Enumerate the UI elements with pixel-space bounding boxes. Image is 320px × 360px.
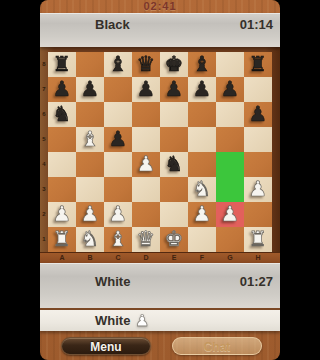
rank-label-8: 8 [40,52,48,77]
black-player-time: 01:14 [240,17,273,32]
square-d3[interactable] [132,177,160,202]
square-h1[interactable]: ♜ [244,227,272,252]
square-a4[interactable] [48,152,76,177]
square-e5[interactable] [160,127,188,152]
file-label-b: B [76,253,104,263]
square-d4[interactable]: ♟ [132,152,160,177]
rank-labels: 87654321 [40,52,48,252]
black-rook: ♜ [244,52,272,77]
square-g5[interactable] [216,127,244,152]
menu-button[interactable]: Menu [61,337,151,355]
black-pawn: ♟ [132,77,160,102]
square-c2[interactable]: ♟ [104,202,132,227]
square-d2[interactable] [132,202,160,227]
rank-label-5: 5 [40,127,48,152]
square-f4[interactable] [188,152,216,177]
file-label-f: F [188,253,216,263]
black-pawn: ♟ [76,77,104,102]
file-label-c: C [104,253,132,263]
square-f8[interactable]: ♝ [188,52,216,77]
square-f7[interactable]: ♟ [188,77,216,102]
rank-label-1: 1 [40,227,48,252]
white-player-panel: White 01:27 [40,263,280,308]
rank-label-6: 6 [40,102,48,127]
black-player-label: Black [95,17,130,32]
white-pawn: ♟ [244,177,272,202]
white-queen: ♛ [132,227,160,252]
black-rook: ♜ [48,52,76,77]
square-h7[interactable] [244,77,272,102]
white-pawn: ♟ [104,202,132,227]
white-king: ♚ [160,227,188,252]
app-screen: 02:41 Black 01:14 87654321 ♜♝♛♚♝♜♟♟♟♟♟♟♞… [40,0,280,360]
file-label-a: A [48,253,76,263]
black-knight: ♞ [160,152,188,177]
file-label-g: G [216,253,244,263]
square-h6[interactable]: ♟ [244,102,272,127]
square-e3[interactable] [160,177,188,202]
square-c3[interactable] [104,177,132,202]
chess-board: 87654321 ♜♝♛♚♝♜♟♟♟♟♟♟♞♟♝♟♟♞♞♟♟♟♟♟♟♜♞♝♛♚♜… [40,47,280,263]
square-b7[interactable]: ♟ [76,77,104,102]
white-pawn: ♟ [188,202,216,227]
square-h4[interactable] [244,152,272,177]
square-c7[interactable] [104,77,132,102]
black-player-panel: Black 01:14 [40,13,280,47]
square-g7[interactable]: ♟ [216,77,244,102]
square-f1[interactable] [188,227,216,252]
square-e1[interactable]: ♚ [160,227,188,252]
square-g4[interactable] [216,152,244,177]
square-g8[interactable] [216,52,244,77]
white-pawn-icon: ♟ [135,311,149,331]
square-e6[interactable] [160,102,188,127]
square-c4[interactable] [104,152,132,177]
square-b8[interactable] [76,52,104,77]
file-label-d: D [132,253,160,263]
black-pawn: ♟ [216,77,244,102]
square-a5[interactable] [48,127,76,152]
square-f2[interactable]: ♟ [188,202,216,227]
black-king: ♚ [160,52,188,77]
square-a7[interactable]: ♟ [48,77,76,102]
square-e4[interactable]: ♞ [160,152,188,177]
black-bishop: ♝ [188,52,216,77]
rank-label-3: 3 [40,177,48,202]
square-c1[interactable]: ♝ [104,227,132,252]
square-h3[interactable]: ♟ [244,177,272,202]
square-b6[interactable] [76,102,104,127]
white-rook: ♜ [244,227,272,252]
square-a1[interactable]: ♜ [48,227,76,252]
black-pawn: ♟ [188,77,216,102]
white-pawn: ♟ [216,202,244,227]
square-g2[interactable]: ♟ [216,202,244,227]
square-e8[interactable]: ♚ [160,52,188,77]
white-knight: ♞ [188,177,216,202]
black-queen: ♛ [132,52,160,77]
square-h2[interactable] [244,202,272,227]
white-player-label: White [95,274,130,289]
square-a3[interactable] [48,177,76,202]
square-a8[interactable]: ♜ [48,52,76,77]
file-labels: ABCDEFGH [40,252,280,263]
rank-label-4: 4 [40,152,48,177]
square-d7[interactable]: ♟ [132,77,160,102]
white-bishop: ♝ [104,227,132,252]
black-pawn: ♟ [160,77,188,102]
square-g6[interactable] [216,102,244,127]
square-c8[interactable]: ♝ [104,52,132,77]
square-d8[interactable]: ♛ [132,52,160,77]
turn-label: White [95,313,130,328]
black-knight: ♞ [48,102,76,127]
turn-indicator-bar: White ♟ [40,310,280,331]
game-clock: 02:41 [40,0,280,13]
square-b2[interactable]: ♟ [76,202,104,227]
square-f6[interactable] [188,102,216,127]
square-e2[interactable] [160,202,188,227]
board-grid: ♜♝♛♚♝♜♟♟♟♟♟♟♞♟♝♟♟♞♞♟♟♟♟♟♟♜♞♝♛♚♜ [48,52,272,252]
square-c6[interactable] [104,102,132,127]
square-b5[interactable]: ♝ [76,127,104,152]
square-d1[interactable]: ♛ [132,227,160,252]
square-d6[interactable] [132,102,160,127]
white-pawn: ♟ [76,202,104,227]
square-b1[interactable]: ♞ [76,227,104,252]
white-pawn: ♟ [48,202,76,227]
square-b3[interactable] [76,177,104,202]
square-g1[interactable] [216,227,244,252]
square-a6[interactable]: ♞ [48,102,76,127]
black-pawn: ♟ [244,102,272,127]
square-g3[interactable] [216,177,244,202]
black-bishop: ♝ [104,52,132,77]
square-f5[interactable] [188,127,216,152]
white-player-time: 01:27 [240,274,273,289]
file-label-h: H [244,253,272,263]
white-pawn: ♟ [132,152,160,177]
black-pawn: ♟ [104,127,132,152]
square-b4[interactable] [76,152,104,177]
rank-label-2: 2 [40,202,48,227]
file-label-e: E [160,253,188,263]
chat-button[interactable]: Chat [172,337,262,355]
square-h8[interactable]: ♜ [244,52,272,77]
square-h5[interactable] [244,127,272,152]
square-d5[interactable] [132,127,160,152]
square-e7[interactable]: ♟ [160,77,188,102]
white-bishop: ♝ [76,127,104,152]
white-knight: ♞ [76,227,104,252]
rank-label-7: 7 [40,77,48,102]
square-a2[interactable]: ♟ [48,202,76,227]
black-pawn: ♟ [48,77,76,102]
white-rook: ♜ [48,227,76,252]
square-f3[interactable]: ♞ [188,177,216,202]
square-c5[interactable]: ♟ [104,127,132,152]
